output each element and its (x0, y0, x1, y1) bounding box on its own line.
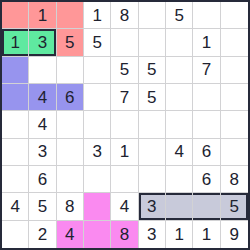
cell-r5c6[interactable] (139, 111, 166, 138)
cell-r5c2[interactable]: 4 (29, 111, 56, 138)
cell-r7c2[interactable]: 6 (29, 166, 56, 193)
cell-r1c2[interactable]: 1 (29, 2, 56, 29)
cell-r4c9[interactable] (221, 84, 248, 111)
cell-r9c8[interactable]: 1 (193, 221, 220, 248)
cell-r5c5[interactable] (111, 111, 138, 138)
cell-r3c7[interactable] (166, 57, 193, 84)
cell-r7c3[interactable] (57, 166, 84, 193)
cell-r3c4[interactable] (84, 57, 111, 84)
cell-r6c1[interactable] (2, 139, 29, 166)
cell-r8c6[interactable]: 3 (139, 193, 166, 220)
cell-r2c4[interactable]: 5 (84, 29, 111, 56)
cell-r1c3[interactable] (57, 2, 84, 29)
cell-r9c7[interactable]: 1 (166, 221, 193, 248)
cell-r4c2[interactable]: 4 (29, 84, 56, 111)
cell-r4c6[interactable]: 5 (139, 84, 166, 111)
cell-r7c9[interactable]: 8 (221, 166, 248, 193)
cell-r2c8[interactable]: 1 (193, 29, 220, 56)
cell-r8c8[interactable] (193, 193, 220, 220)
cell-r8c1[interactable]: 4 (2, 193, 29, 220)
cell-r4c5[interactable]: 7 (111, 84, 138, 111)
cell-r1c7[interactable]: 5 (166, 2, 193, 29)
cell-r6c9[interactable] (221, 139, 248, 166)
cell-r4c3[interactable]: 6 (57, 84, 84, 111)
cell-r2c7[interactable] (166, 29, 193, 56)
cell-r8c2[interactable]: 5 (29, 193, 56, 220)
cell-r1c4[interactable]: 1 (84, 2, 111, 29)
cell-r9c2[interactable]: 2 (29, 221, 56, 248)
cell-r3c6[interactable]: 5 (139, 57, 166, 84)
cell-r2c2[interactable]: 3 (29, 29, 56, 56)
cell-r7c5[interactable] (111, 166, 138, 193)
cell-r7c6[interactable] (139, 166, 166, 193)
cell-r3c2[interactable] (29, 57, 56, 84)
cell-r7c8[interactable]: 6 (193, 166, 220, 193)
cell-r2c3[interactable]: 5 (57, 29, 84, 56)
cell-r2c9[interactable] (221, 29, 248, 56)
cell-r4c1[interactable] (2, 84, 29, 111)
cell-r7c1[interactable] (2, 166, 29, 193)
cell-r2c1[interactable]: 1 (2, 29, 29, 56)
cell-r1c1[interactable] (2, 2, 29, 29)
cell-r3c5[interactable]: 5 (111, 57, 138, 84)
cell-r9c1[interactable] (2, 221, 29, 248)
cell-r8c3[interactable]: 8 (57, 193, 84, 220)
cell-r6c6[interactable] (139, 139, 166, 166)
cell-r1c5[interactable]: 8 (111, 2, 138, 29)
cell-r1c8[interactable] (193, 2, 220, 29)
cell-r8c9[interactable]: 5 (221, 193, 248, 220)
cell-r4c4[interactable] (84, 84, 111, 111)
cell-r8c4[interactable] (84, 193, 111, 220)
cell-r3c3[interactable] (57, 57, 84, 84)
cell-r6c8[interactable]: 6 (193, 139, 220, 166)
cell-r8c5[interactable]: 4 (111, 193, 138, 220)
cell-r6c5[interactable]: 1 (111, 139, 138, 166)
cell-r6c7[interactable]: 4 (166, 139, 193, 166)
cell-r2c6[interactable] (139, 29, 166, 56)
cell-r5c3[interactable] (57, 111, 84, 138)
cell-r6c3[interactable] (57, 139, 84, 166)
cell-r3c8[interactable]: 7 (193, 57, 220, 84)
cell-r9c3[interactable]: 4 (57, 221, 84, 248)
cell-r3c1[interactable] (2, 57, 29, 84)
cell-r4c7[interactable] (166, 84, 193, 111)
cell-r5c8[interactable] (193, 111, 220, 138)
cell-r6c4[interactable]: 3 (84, 139, 111, 166)
cell-r5c4[interactable] (84, 111, 111, 138)
cell-r9c9[interactable]: 9 (221, 221, 248, 248)
cell-r1c9[interactable] (221, 2, 248, 29)
cell-r9c5[interactable]: 8 (111, 221, 138, 248)
cell-r4c8[interactable] (193, 84, 220, 111)
cell-r9c4[interactable] (84, 221, 111, 248)
cell-r1c6[interactable] (139, 2, 166, 29)
cell-r9c6[interactable]: 3 (139, 221, 166, 248)
cell-r7c4[interactable] (84, 166, 111, 193)
cell-r8c7[interactable] (166, 193, 193, 220)
cell-r2c5[interactable] (111, 29, 138, 56)
cell-r5c7[interactable] (166, 111, 193, 138)
sudoku-board: 11851355155746754331466684584352483119 (0, 0, 250, 250)
cell-r7c7[interactable] (166, 166, 193, 193)
cell-r5c1[interactable] (2, 111, 29, 138)
cell-r5c9[interactable] (221, 111, 248, 138)
cell-r6c2[interactable]: 3 (29, 139, 56, 166)
cell-r3c9[interactable] (221, 57, 248, 84)
